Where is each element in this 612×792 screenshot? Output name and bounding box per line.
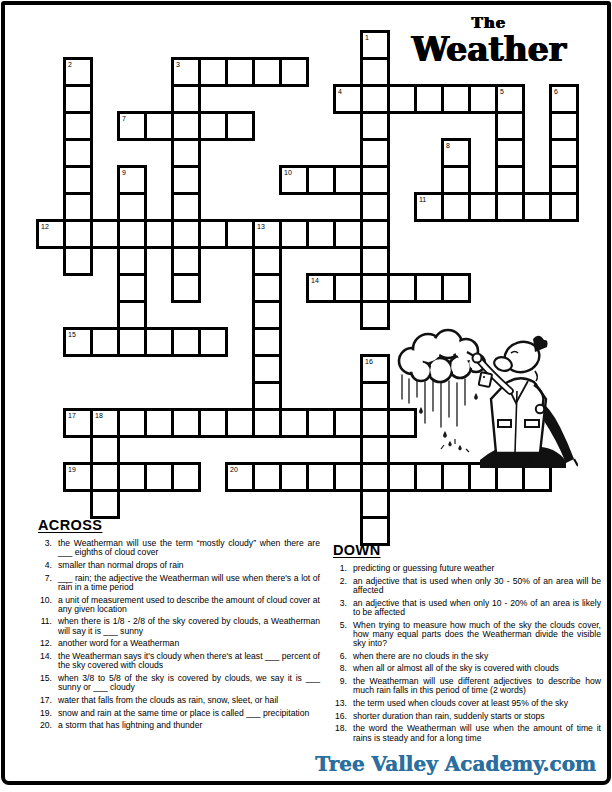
grid-cell[interactable] bbox=[360, 381, 390, 411]
down-section: DOWN 1.predicting or guessing future wea… bbox=[325, 542, 601, 746]
clue-number: 19. bbox=[30, 709, 52, 718]
cell-number: 3 bbox=[176, 61, 180, 68]
cell-number: 16 bbox=[365, 358, 373, 365]
grid-cell[interactable] bbox=[63, 165, 93, 195]
grid-cell[interactable] bbox=[252, 327, 282, 357]
grid-cell[interactable] bbox=[117, 327, 147, 357]
grid-cell[interactable] bbox=[495, 165, 525, 195]
grid-cell[interactable] bbox=[63, 111, 93, 141]
across-clue-17: 17.water that falls from the clouds as r… bbox=[30, 696, 320, 705]
grid-cell[interactable]: 7 bbox=[117, 111, 147, 141]
grid-cell[interactable] bbox=[414, 84, 444, 114]
clue-number: 11. bbox=[30, 617, 52, 635]
grid-cell[interactable] bbox=[549, 165, 579, 195]
clue-text: an adjective that is used when only 30 -… bbox=[353, 577, 601, 595]
clue-text: ___ rain; the adjective the Weatherman w… bbox=[58, 574, 320, 592]
grid-cell[interactable] bbox=[549, 111, 579, 141]
cell-number: 18 bbox=[95, 412, 103, 419]
clue-number: 13. bbox=[325, 699, 347, 708]
cell-number: 13 bbox=[257, 223, 265, 230]
across-clue-20: 20.a storm that has lightning and thunde… bbox=[30, 721, 320, 730]
grid-cell[interactable] bbox=[63, 138, 93, 168]
grid-cell[interactable] bbox=[171, 246, 201, 276]
down-clue-6: 6.when there are no clouds in the sky bbox=[325, 652, 601, 661]
grid-cell[interactable] bbox=[171, 327, 201, 357]
grid-cell[interactable] bbox=[252, 462, 282, 492]
clue-number: 6. bbox=[325, 652, 347, 661]
grid-cell[interactable] bbox=[360, 57, 390, 87]
weatherman-illustration bbox=[388, 327, 578, 469]
cell-number: 9 bbox=[122, 169, 126, 176]
clue-number: 7. bbox=[30, 574, 52, 592]
weatherman-figure bbox=[467, 336, 548, 466]
grid-cell[interactable] bbox=[171, 219, 201, 249]
grid-cell[interactable]: 9 bbox=[117, 165, 147, 195]
clue-number: 16. bbox=[325, 712, 347, 721]
across-clue-14: 14.the Weatherman says it's cloudy when … bbox=[30, 652, 320, 670]
grid-cell[interactable] bbox=[333, 462, 363, 492]
clue-text: a storm that has lightning and thunder bbox=[58, 721, 320, 730]
down-clue-13: 13.the term used when clouds cover at le… bbox=[325, 699, 601, 708]
grid-cell[interactable] bbox=[252, 57, 282, 87]
across-clue-10: 10.a unit of measurement used to describ… bbox=[30, 596, 320, 614]
grid-cell[interactable] bbox=[360, 462, 390, 492]
clue-number: 15. bbox=[30, 674, 52, 692]
grid-cell[interactable] bbox=[306, 408, 336, 438]
across-clue-list: 3.the Weatherman will use the term “most… bbox=[30, 539, 320, 730]
grid-cell[interactable] bbox=[360, 273, 390, 303]
down-clue-list: 1.predicting or guessing future weather2… bbox=[325, 564, 601, 743]
grid-cell[interactable] bbox=[306, 462, 336, 492]
grid-cell[interactable]: 17 bbox=[63, 408, 93, 438]
grid-cell[interactable] bbox=[171, 408, 201, 438]
title-line-the: The bbox=[396, 16, 582, 31]
grid-cell[interactable]: 2 bbox=[63, 57, 93, 87]
across-clue-19: 19.snow and rain at the same time or pla… bbox=[30, 709, 320, 718]
grid-cell[interactable] bbox=[171, 192, 201, 222]
clue-text: when all or almost all of the sky is cov… bbox=[353, 664, 601, 673]
grid-cell[interactable] bbox=[468, 192, 498, 222]
grid-cell[interactable]: 5 bbox=[495, 84, 525, 114]
cell-number: 8 bbox=[446, 142, 450, 149]
grid-cell[interactable] bbox=[279, 57, 309, 87]
cell-number: 19 bbox=[68, 466, 76, 473]
clue-text: another word for a Weatherman bbox=[58, 639, 320, 648]
clue-number: 3. bbox=[325, 599, 347, 617]
grid-cell[interactable] bbox=[225, 219, 255, 249]
grid-cell[interactable] bbox=[225, 111, 255, 141]
grid-cell[interactable] bbox=[90, 219, 120, 249]
grid-cell[interactable]: 3 bbox=[171, 57, 201, 87]
grid-cell[interactable] bbox=[117, 246, 147, 276]
grid-cell[interactable] bbox=[252, 408, 282, 438]
down-clue-5: 5.When trying to measure how much of the… bbox=[325, 621, 601, 649]
clue-number: 8. bbox=[325, 664, 347, 673]
grid-cell[interactable] bbox=[549, 192, 579, 222]
grid-cell[interactable] bbox=[117, 300, 147, 330]
clue-text: predicting or guessing future weather bbox=[353, 564, 601, 573]
grid-cell[interactable] bbox=[333, 408, 363, 438]
grid-cell[interactable] bbox=[252, 246, 282, 276]
grid-cell[interactable] bbox=[117, 219, 147, 249]
clue-text: snow and rain at the same time or place … bbox=[58, 709, 320, 718]
down-clue-9: 9.the Weatherman will use different adje… bbox=[325, 677, 601, 695]
grid-cell[interactable]: 12 bbox=[36, 219, 66, 249]
grid-cell[interactable] bbox=[360, 408, 390, 438]
clue-text: when there is 1/8 - 2/8 of the sky cover… bbox=[58, 617, 320, 635]
grid-cell[interactable] bbox=[441, 84, 471, 114]
grid-cell[interactable] bbox=[117, 273, 147, 303]
grid-cell[interactable] bbox=[117, 192, 147, 222]
across-clue-4: 4.smaller than normal drops of rain bbox=[30, 561, 320, 570]
cell-number: 20 bbox=[230, 466, 238, 473]
down-clue-3: 3.an adjective that is used when only 10… bbox=[325, 599, 601, 617]
clue-text: the term used when clouds cover at least… bbox=[353, 699, 601, 708]
grid-cell[interactable] bbox=[279, 462, 309, 492]
cell-number: 14 bbox=[311, 277, 319, 284]
cell-number: 10 bbox=[284, 169, 292, 176]
cell-number: 12 bbox=[41, 223, 49, 230]
clue-number: 20. bbox=[30, 721, 52, 730]
grid-cell[interactable] bbox=[522, 192, 552, 222]
grid-cell[interactable] bbox=[360, 84, 390, 114]
grid-cell[interactable] bbox=[252, 381, 282, 411]
grid-cell[interactable] bbox=[63, 84, 93, 114]
grid-cell[interactable] bbox=[63, 219, 93, 249]
across-section: ACROSS 3.the Weatherman will use the ter… bbox=[30, 517, 320, 734]
across-clue-3: 3.the Weatherman will use the term “most… bbox=[30, 539, 320, 557]
clue-text: smaller than normal drops of rain bbox=[58, 561, 320, 570]
grid-cell[interactable]: 10 bbox=[279, 165, 309, 195]
grid-cell[interactable] bbox=[387, 273, 417, 303]
grid-cell[interactable]: 19 bbox=[63, 462, 93, 492]
clue-text: when there are no clouds in the sky bbox=[353, 652, 601, 661]
grid-cell[interactable] bbox=[90, 327, 120, 357]
across-heading: ACROSS bbox=[38, 517, 320, 533]
clue-number: 2. bbox=[325, 577, 347, 595]
across-clue-12: 12.another word for a Weatherman bbox=[30, 639, 320, 648]
grid-cell[interactable] bbox=[252, 354, 282, 384]
down-clue-8: 8.when all or almost all of the sky is c… bbox=[325, 664, 601, 673]
grid-cell[interactable] bbox=[495, 192, 525, 222]
grid-cell[interactable] bbox=[360, 435, 390, 465]
grid-cell[interactable]: 6 bbox=[549, 84, 579, 114]
cell-number: 17 bbox=[68, 412, 76, 419]
clue-number: 14. bbox=[30, 652, 52, 670]
grid-cell[interactable] bbox=[144, 462, 174, 492]
grid-cell[interactable]: 13 bbox=[252, 219, 282, 249]
grid-cell[interactable] bbox=[306, 219, 336, 249]
grid-cell[interactable]: 20 bbox=[225, 462, 255, 492]
grid-cell[interactable] bbox=[198, 57, 228, 87]
grid-cell[interactable] bbox=[360, 111, 390, 141]
grid-cell[interactable] bbox=[225, 408, 255, 438]
grid-cell[interactable] bbox=[171, 111, 201, 141]
grid-cell[interactable] bbox=[117, 408, 147, 438]
grid-cell[interactable] bbox=[468, 84, 498, 114]
cell-number: 4 bbox=[338, 88, 342, 95]
crossword-grid[interactable]: 1234567891011121314151617181920 bbox=[36, 30, 582, 548]
grid-cell[interactable] bbox=[495, 138, 525, 168]
clue-number: 4. bbox=[30, 561, 52, 570]
clue-number: 5. bbox=[325, 621, 347, 649]
grid-cell[interactable] bbox=[306, 165, 336, 195]
grid-cell[interactable] bbox=[198, 111, 228, 141]
grid-cell[interactable]: 4 bbox=[333, 84, 363, 114]
cell-number: 6 bbox=[554, 88, 558, 95]
grid-cell[interactable] bbox=[360, 192, 390, 222]
grid-cell[interactable] bbox=[441, 192, 471, 222]
grid-cell[interactable] bbox=[360, 138, 390, 168]
grid-cell[interactable] bbox=[90, 435, 120, 465]
down-clue-16: 16.shorter duration than rain, suddenly … bbox=[325, 712, 601, 721]
down-clue-18: 18.the word the Weatherman will use when… bbox=[325, 724, 601, 742]
clue-text: an adjective that is used when only 10 -… bbox=[353, 599, 601, 617]
cell-number: 7 bbox=[122, 115, 126, 122]
across-clue-7: 7.___ rain; the adjective the Weatherman… bbox=[30, 574, 320, 592]
grid-cell[interactable] bbox=[360, 165, 390, 195]
grid-cell[interactable] bbox=[171, 165, 201, 195]
grid-cell[interactable] bbox=[198, 219, 228, 249]
grid-cell[interactable] bbox=[414, 273, 444, 303]
grid-cell[interactable]: 18 bbox=[90, 408, 120, 438]
grid-cell[interactable] bbox=[360, 489, 390, 519]
grid-cell[interactable] bbox=[144, 219, 174, 249]
worksheet-page: The Weather 1234567891011121314151617181… bbox=[0, 0, 612, 792]
grid-cell[interactable] bbox=[333, 273, 363, 303]
grid-cell[interactable] bbox=[360, 219, 390, 249]
down-heading: DOWN bbox=[333, 542, 601, 558]
grid-cell[interactable] bbox=[495, 111, 525, 141]
grid-cell[interactable]: 16 bbox=[360, 354, 390, 384]
grid-cell[interactable] bbox=[252, 273, 282, 303]
grid-cell[interactable] bbox=[360, 246, 390, 276]
grid-cell[interactable]: 1 bbox=[360, 30, 390, 60]
cell-number: 5 bbox=[500, 88, 504, 95]
grid-cell[interactable] bbox=[90, 462, 120, 492]
grid-cell[interactable] bbox=[225, 57, 255, 87]
clue-text: the Weatherman will use the term “mostly… bbox=[58, 539, 320, 557]
grid-cell[interactable] bbox=[171, 138, 201, 168]
cell-number: 2 bbox=[68, 61, 72, 68]
rain-lines bbox=[402, 375, 465, 427]
grid-cell[interactable] bbox=[171, 84, 201, 114]
down-clue-2: 2.an adjective that is used when only 30… bbox=[325, 577, 601, 595]
cell-number: 15 bbox=[68, 331, 76, 338]
clue-text: the word the Weatherman will use when th… bbox=[353, 724, 601, 742]
clue-text: water that falls from the clouds as rain… bbox=[58, 696, 320, 705]
across-clue-11: 11.when there is 1/8 - 2/8 of the sky co… bbox=[30, 617, 320, 635]
grid-cell[interactable] bbox=[144, 408, 174, 438]
grid-cell[interactable] bbox=[171, 273, 201, 303]
grid-cell[interactable] bbox=[144, 111, 174, 141]
grid-cell[interactable] bbox=[117, 462, 147, 492]
grid-cell[interactable] bbox=[63, 192, 93, 222]
grid-cell[interactable] bbox=[279, 219, 309, 249]
grid-cell[interactable] bbox=[198, 408, 228, 438]
cell-number: 1 bbox=[365, 34, 369, 41]
grid-cell[interactable]: 11 bbox=[414, 192, 444, 222]
clue-number: 10. bbox=[30, 596, 52, 614]
grid-cell[interactable] bbox=[360, 300, 390, 330]
clue-text: When trying to measure how much of the s… bbox=[353, 621, 601, 649]
site-footer[interactable]: Tree Valley Academy.com bbox=[315, 752, 596, 776]
grid-cell[interactable]: 8 bbox=[441, 138, 471, 168]
grid-cell[interactable] bbox=[63, 246, 93, 276]
grid-cell[interactable] bbox=[441, 165, 471, 195]
grid-cell[interactable] bbox=[144, 327, 174, 357]
grid-cell[interactable] bbox=[171, 462, 201, 492]
down-clue-1: 1.predicting or guessing future weather bbox=[325, 564, 601, 573]
grid-cell[interactable] bbox=[387, 84, 417, 114]
clue-text: the Weatherman will use different adject… bbox=[353, 677, 601, 695]
grid-cell[interactable]: 15 bbox=[63, 327, 93, 357]
cell-number: 11 bbox=[419, 196, 426, 203]
clue-number: 1. bbox=[325, 564, 347, 573]
grid-cell[interactable] bbox=[90, 489, 120, 519]
clue-text: a unit of measurement used to describe t… bbox=[58, 596, 320, 614]
clue-number: 9. bbox=[325, 677, 347, 695]
grid-cell[interactable] bbox=[441, 273, 471, 303]
grid-cell[interactable] bbox=[252, 300, 282, 330]
clue-text: the Weatherman says it's cloudy when the… bbox=[58, 652, 320, 670]
clue-number: 12. bbox=[30, 639, 52, 648]
grid-cell[interactable] bbox=[333, 219, 363, 249]
clue-text: shorter duration than rain, suddenly sta… bbox=[353, 712, 601, 721]
grid-cell[interactable] bbox=[279, 408, 309, 438]
grid-cell[interactable] bbox=[549, 138, 579, 168]
clue-number: 17. bbox=[30, 696, 52, 705]
grid-cell[interactable]: 14 bbox=[306, 273, 336, 303]
clue-number: 3. bbox=[30, 539, 52, 557]
clue-number: 18. bbox=[325, 724, 347, 742]
grid-cell[interactable] bbox=[333, 165, 363, 195]
grid-cell[interactable] bbox=[198, 327, 228, 357]
across-clue-15: 15.when 3/8 to 5/8 of the sky is covered… bbox=[30, 674, 320, 692]
clue-text: when 3/8 to 5/8 of the sky is covered by… bbox=[58, 674, 320, 692]
